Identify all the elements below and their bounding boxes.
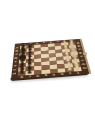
square-r3c4 (40, 50, 47, 54)
square-r8c7: ♟ (65, 67, 74, 72)
coord-label: E (79, 55, 82, 57)
square-r2c3 (33, 47, 40, 51)
square-r8c2: ♟ (25, 70, 33, 75)
product-photo-chess-set[interactable]: 87654321 87654321 ABCDEFGH ABCDEFGH ♜♟♟♜… (0, 0, 95, 126)
square-r1c2: ♟ (26, 44, 33, 48)
square-r2c5 (47, 46, 54, 50)
coord-label: F (80, 59, 83, 61)
square-r1c1: ♜ (19, 45, 26, 49)
board-squares: ♜♟♟♜♞♟♟♞♝♟♟♝♛♟♟♛♚♟♟♚♝♟♟♝♞♟♟♞♜♟♟♜ (17, 41, 81, 75)
coord-label: 5 (42, 41, 45, 43)
brass-latch (83, 51, 87, 55)
piece-white-rook: ♜ (68, 38, 74, 45)
square-r1c3 (33, 44, 40, 48)
square-r4c3 (33, 54, 40, 58)
piece-black-pawn: ♟ (26, 68, 32, 75)
piece-white-pawn: ♟ (66, 65, 72, 72)
square-r3c6 (55, 49, 63, 53)
chess-board: 87654321 87654321 ABCDEFGH ABCDEFGH ♜♟♟♜… (10, 38, 88, 79)
coord-label: 7 (29, 42, 32, 44)
square-r1c4 (40, 43, 47, 47)
coord-label: 2 (62, 40, 65, 42)
coord-label: G (13, 68, 17, 71)
coord-label: 3 (56, 40, 59, 42)
coord-label: 1 (69, 39, 72, 41)
coord-label: 8 (22, 43, 25, 45)
piece-white-pawn: ♟ (62, 40, 67, 46)
piece-white-pawn: ♟ (62, 43, 67, 49)
coord-label: E (14, 60, 17, 62)
square-r8c1: ♜ (17, 71, 25, 76)
board-tilt-wrapper: 87654321 87654321 ABCDEFGH ABCDEFGH ♜♟♟♜… (5, 14, 91, 100)
coord-label: B (15, 50, 18, 52)
square-r1c7: ♟ (61, 42, 68, 46)
coord-label: 2 (68, 72, 71, 75)
square-r4c6 (55, 52, 63, 56)
square-r1c8: ♜ (67, 41, 75, 45)
square-r2c2: ♟ (26, 48, 33, 52)
square-r8c5 (49, 68, 57, 73)
square-r8c6 (57, 67, 65, 72)
coord-label: 6 (35, 42, 38, 44)
square-r4c5 (48, 53, 56, 57)
coord-label: 7 (28, 75, 31, 78)
coord-label: 4 (52, 73, 55, 76)
piece-black-rook: ♜ (20, 42, 26, 49)
piece-black-pawn: ♟ (27, 46, 32, 52)
piece-white-rook: ♜ (73, 63, 80, 71)
square-r2c4 (40, 47, 47, 51)
square-r3c5 (47, 49, 54, 53)
coord-label: 1 (76, 71, 80, 74)
coord-label: D (14, 57, 17, 59)
coord-label: H (12, 72, 16, 75)
piece-black-rook: ♜ (17, 68, 24, 76)
square-r1c6 (54, 42, 61, 46)
square-r2c6 (54, 46, 61, 50)
square-r1c5 (47, 43, 54, 47)
piece-black-pawn: ♟ (27, 42, 32, 48)
coord-label: F (13, 64, 16, 66)
square-r4c4 (41, 53, 48, 57)
coord-label: 4 (49, 41, 52, 43)
coord-label: B (77, 45, 80, 47)
coord-label: 6 (36, 74, 39, 77)
square-r5c6 (55, 56, 63, 60)
coord-label: 5 (44, 74, 47, 77)
coord-label: H (82, 67, 86, 70)
coord-label: 8 (20, 76, 23, 79)
coord-label: 3 (60, 73, 63, 76)
coord-label: A (76, 42, 79, 44)
square-r8c4 (41, 69, 49, 74)
coord-label: A (15, 46, 18, 48)
square-r3c3 (33, 50, 40, 54)
coords-top: 87654321 (20, 39, 74, 45)
square-r8c8: ♜ (72, 66, 81, 71)
coord-label: G (81, 63, 85, 65)
